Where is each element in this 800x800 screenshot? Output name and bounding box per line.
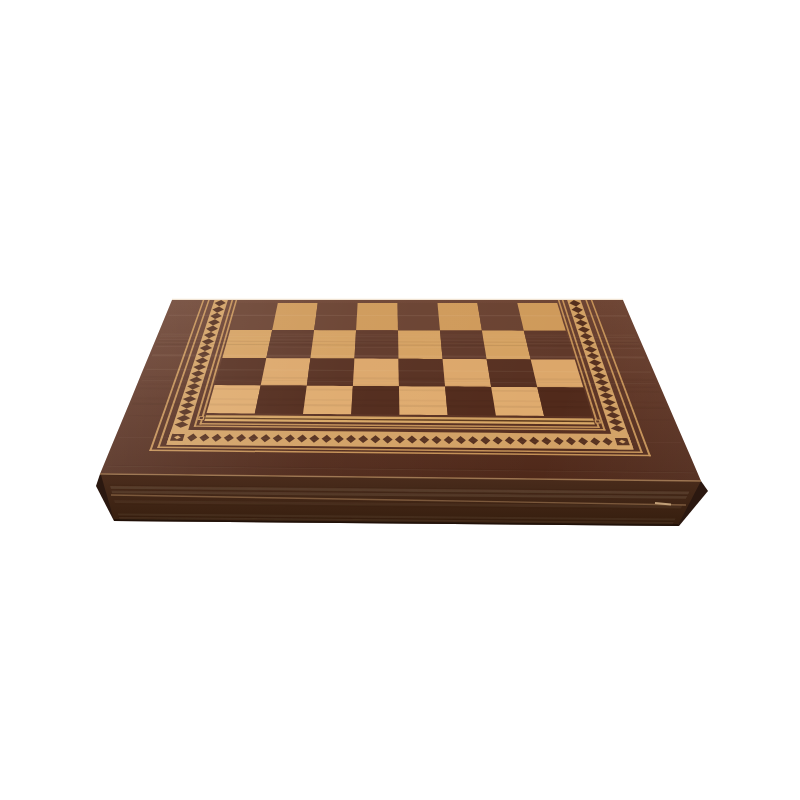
- lid-gloss-sheen: [100, 300, 701, 481]
- lid-grain: [100, 300, 701, 481]
- product-photo-chess-box: [0, 0, 800, 800]
- chess-box-scene: [0, 0, 800, 800]
